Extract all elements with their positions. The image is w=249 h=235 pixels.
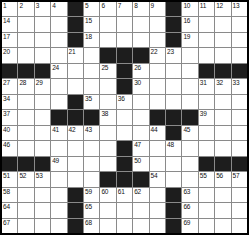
- cell-r2-c9[interactable]: [133, 17, 148, 31]
- cell-r12-c3[interactable]: 53: [35, 172, 50, 186]
- black-cell-r13-c11: [166, 188, 181, 202]
- cell-r8-c9[interactable]: [133, 110, 148, 124]
- cell-r15-c13[interactable]: [199, 219, 214, 233]
- clue-number-64: 64: [3, 203, 10, 210]
- cell-r7-c8[interactable]: 36: [117, 95, 132, 109]
- cell-r6-c4[interactable]: [51, 79, 66, 93]
- cell-r11-c5[interactable]: [68, 157, 83, 171]
- cell-r8-c13[interactable]: 39: [199, 110, 214, 124]
- black-cell-r12-c8: [117, 172, 132, 186]
- cell-r13-c12[interactable]: 63: [182, 188, 197, 202]
- clue-number-58: 58: [3, 188, 10, 195]
- cell-r13-c2[interactable]: [18, 188, 33, 202]
- black-cell-r9-c11: [166, 126, 181, 140]
- cell-r6-c10[interactable]: [150, 79, 165, 93]
- cell-r1-c10[interactable]: 9: [150, 2, 165, 16]
- cell-r9-c3[interactable]: [35, 126, 50, 140]
- clue-number-30: 30: [134, 79, 141, 86]
- cell-r2-c2[interactable]: [18, 17, 33, 31]
- cell-r7-c12[interactable]: [182, 95, 197, 109]
- cell-r11-c7[interactable]: [100, 157, 115, 171]
- cell-r7-c4[interactable]: [51, 95, 66, 109]
- clue-number-40: 40: [3, 126, 10, 133]
- cell-r13-c6[interactable]: 59: [84, 188, 99, 202]
- cell-r1-c9[interactable]: 8: [133, 2, 148, 16]
- cell-r12-c4[interactable]: [51, 172, 66, 186]
- cell-r12-c1[interactable]: 51: [2, 172, 17, 186]
- crossword-grid: 1234567891011121314151617181920212223242…: [0, 0, 249, 235]
- clue-number-39: 39: [200, 110, 207, 117]
- clue-number-66: 66: [183, 203, 190, 210]
- black-cell-r5-c15: [232, 64, 247, 78]
- black-cell-r4-c9: [133, 48, 148, 62]
- cell-r10-c3[interactable]: [35, 141, 50, 155]
- black-cell-r12-c9: [133, 172, 148, 186]
- clue-number-61: 61: [118, 188, 125, 195]
- cell-r1-c8[interactable]: 7: [117, 2, 132, 16]
- cell-r4-c13[interactable]: [199, 48, 214, 62]
- cell-r6-c14[interactable]: 32: [215, 79, 230, 93]
- cell-r6-c11[interactable]: [166, 79, 181, 93]
- clue-number-65: 65: [85, 203, 92, 210]
- clue-number-8: 8: [134, 2, 137, 9]
- black-cell-r8-c10: [150, 110, 165, 124]
- cell-r3-c9[interactable]: [133, 33, 148, 47]
- clue-number-53: 53: [36, 172, 43, 179]
- cell-r14-c6[interactable]: 65: [84, 203, 99, 217]
- cell-r4-c3[interactable]: [35, 48, 50, 62]
- cell-r3-c1[interactable]: 17: [2, 33, 17, 47]
- cell-r10-c12[interactable]: [182, 141, 197, 155]
- cell-r1-c3[interactable]: 3: [35, 2, 50, 16]
- clue-number-67: 67: [3, 219, 10, 226]
- cell-r5-c10[interactable]: [150, 64, 165, 78]
- clue-number-59: 59: [85, 188, 92, 195]
- cell-r9-c9[interactable]: [133, 126, 148, 140]
- clue-number-11: 11: [200, 2, 206, 9]
- clue-number-51: 51: [3, 172, 10, 179]
- black-cell-r11-c8: [117, 157, 132, 171]
- black-cell-r10-c8: [117, 141, 132, 155]
- clue-number-43: 43: [85, 126, 92, 133]
- cell-r13-c1[interactable]: 58: [2, 188, 17, 202]
- cell-r4-c15[interactable]: [232, 48, 247, 62]
- clue-number-48: 48: [167, 141, 174, 148]
- cell-r4-c6[interactable]: [84, 48, 99, 62]
- clue-number-62: 62: [134, 188, 141, 195]
- cell-r15-c8[interactable]: [117, 219, 132, 233]
- black-cell-r6-c8: [117, 79, 132, 93]
- cell-r10-c10[interactable]: [150, 141, 165, 155]
- cell-r1-c13[interactable]: 11: [199, 2, 214, 16]
- cell-r3-c2[interactable]: [18, 33, 33, 47]
- cell-r8-c2[interactable]: [18, 110, 33, 124]
- cell-r11-c11[interactable]: [166, 157, 181, 171]
- cell-r15-c12[interactable]: 69: [182, 219, 197, 233]
- clue-number-12: 12: [216, 2, 223, 9]
- clue-number-52: 52: [19, 172, 26, 179]
- cell-r2-c7[interactable]: [100, 17, 115, 31]
- cell-r14-c4[interactable]: [51, 203, 66, 217]
- cell-r10-c5[interactable]: [68, 141, 83, 155]
- cell-r5-c11[interactable]: [166, 64, 181, 78]
- cell-r5-c4[interactable]: 24: [51, 64, 66, 78]
- cell-r15-c14[interactable]: [215, 219, 230, 233]
- clue-number-29: 29: [36, 79, 43, 86]
- cell-r13-c4[interactable]: [51, 188, 66, 202]
- cell-r4-c14[interactable]: [215, 48, 230, 62]
- clue-number-22: 22: [151, 48, 158, 55]
- cell-r9-c8[interactable]: [117, 126, 132, 140]
- cell-r11-c4[interactable]: 49: [51, 157, 66, 171]
- clue-number-54: 54: [151, 172, 158, 179]
- clue-number-41: 41: [52, 126, 59, 133]
- cell-r3-c14[interactable]: [215, 33, 230, 47]
- black-cell-r14-c5: [68, 203, 83, 217]
- black-cell-r11-c14: [215, 157, 230, 171]
- cell-r2-c1[interactable]: 14: [2, 17, 17, 31]
- cell-r4-c11[interactable]: 23: [166, 48, 181, 62]
- cell-r12-c2[interactable]: 52: [18, 172, 33, 186]
- cell-r3-c15[interactable]: [232, 33, 247, 47]
- clue-number-14: 14: [3, 17, 10, 24]
- black-cell-r11-c13: [199, 157, 214, 171]
- clue-number-34: 34: [3, 95, 10, 102]
- cell-r2-c8[interactable]: [117, 17, 132, 31]
- clue-number-24: 24: [52, 64, 59, 71]
- cell-r2-c12[interactable]: 16: [182, 17, 197, 31]
- black-cell-r15-c11: [166, 219, 181, 233]
- clue-number-13: 13: [233, 2, 240, 9]
- cell-r3-c13[interactable]: [199, 33, 214, 47]
- clue-number-47: 47: [134, 141, 141, 148]
- cell-r7-c15[interactable]: [232, 95, 247, 109]
- cell-r2-c14[interactable]: [215, 17, 230, 31]
- cell-r2-c6[interactable]: 15: [84, 17, 99, 31]
- black-cell-r1-c11: [166, 2, 181, 16]
- clue-number-26: 26: [134, 64, 141, 71]
- clue-number-17: 17: [3, 33, 10, 40]
- cell-r3-c8[interactable]: [117, 33, 132, 47]
- cell-r5-c12[interactable]: [182, 64, 197, 78]
- cell-r11-c12[interactable]: [182, 157, 197, 171]
- cell-r7-c9[interactable]: [133, 95, 148, 109]
- clue-number-50: 50: [134, 157, 141, 164]
- cell-r8-c7[interactable]: 38: [100, 110, 115, 124]
- black-cell-r8-c6: [84, 110, 99, 124]
- cell-r3-c10[interactable]: [150, 33, 165, 47]
- clue-number-10: 10: [183, 2, 190, 9]
- cell-r13-c9[interactable]: 62: [133, 188, 148, 202]
- cell-r12-c5[interactable]: [68, 172, 83, 186]
- cell-r1-c14[interactable]: 12: [215, 2, 230, 16]
- cell-r9-c6[interactable]: 43: [84, 126, 99, 140]
- cell-r11-c10[interactable]: [150, 157, 165, 171]
- clue-number-37: 37: [3, 110, 10, 117]
- cell-r15-c7[interactable]: [100, 219, 115, 233]
- black-cell-r2-c5: [68, 17, 83, 31]
- cell-r4-c1[interactable]: 20: [2, 48, 17, 62]
- black-cell-r5-c13: [199, 64, 214, 78]
- cell-r7-c7[interactable]: [100, 95, 115, 109]
- cell-r7-c14[interactable]: [215, 95, 230, 109]
- cell-r10-c11[interactable]: 48: [166, 141, 181, 155]
- cell-r9-c2[interactable]: [18, 126, 33, 140]
- cell-r5-c7[interactable]: 25: [100, 64, 115, 78]
- cell-r4-c10[interactable]: 22: [150, 48, 165, 62]
- clue-number-57: 57: [233, 172, 240, 179]
- cell-r3-c12[interactable]: 19: [182, 33, 197, 47]
- black-cell-r5-c1: [2, 64, 17, 78]
- black-cell-r3-c5: [68, 33, 83, 47]
- clue-number-23: 23: [167, 48, 174, 55]
- cell-r14-c12[interactable]: 66: [182, 203, 197, 217]
- cell-r15-c9[interactable]: [133, 219, 148, 233]
- cell-r6-c2[interactable]: 28: [18, 79, 33, 93]
- cell-r4-c4[interactable]: [51, 48, 66, 62]
- cell-r1-c2[interactable]: 2: [18, 2, 33, 16]
- cell-r7-c3[interactable]: [35, 95, 50, 109]
- clue-number-68: 68: [85, 219, 92, 226]
- cell-r11-c9[interactable]: 50: [133, 157, 148, 171]
- cell-r3-c7[interactable]: [100, 33, 115, 47]
- clue-number-35: 35: [85, 95, 92, 102]
- black-cell-r4-c8: [117, 48, 132, 62]
- cell-r1-c7[interactable]: 6: [100, 2, 115, 16]
- cell-r7-c13[interactable]: [199, 95, 214, 109]
- cell-r3-c6[interactable]: 18: [84, 33, 99, 47]
- cell-r11-c6[interactable]: [84, 157, 99, 171]
- black-cell-r3-c11: [166, 33, 181, 47]
- cell-r10-c6[interactable]: [84, 141, 99, 155]
- cell-r10-c1[interactable]: 46: [2, 141, 17, 155]
- cell-r15-c10[interactable]: [150, 219, 165, 233]
- cell-r6-c6[interactable]: [84, 79, 99, 93]
- cell-r12-c13[interactable]: 55: [199, 172, 214, 186]
- cell-r12-c15[interactable]: 57: [232, 172, 247, 186]
- clue-number-9: 9: [151, 2, 154, 9]
- clue-number-28: 28: [19, 79, 26, 86]
- clue-number-69: 69: [183, 219, 190, 226]
- cell-r5-c9[interactable]: 26: [133, 64, 148, 78]
- black-cell-r15-c5: [68, 219, 83, 233]
- cell-r15-c6[interactable]: 68: [84, 219, 99, 233]
- cell-r10-c7[interactable]: [100, 141, 115, 155]
- cell-r1-c12[interactable]: 10: [182, 2, 197, 16]
- cell-r10-c15[interactable]: [232, 141, 247, 155]
- cell-r12-c12[interactable]: [182, 172, 197, 186]
- cell-r10-c14[interactable]: [215, 141, 230, 155]
- clue-number-44: 44: [151, 126, 158, 133]
- cell-r14-c8[interactable]: [117, 203, 132, 217]
- cell-r1-c6[interactable]: 5: [84, 2, 99, 16]
- cell-r9-c13[interactable]: [199, 126, 214, 140]
- black-cell-r8-c12: [182, 110, 197, 124]
- clue-number-20: 20: [3, 48, 10, 55]
- clue-number-7: 7: [118, 2, 121, 9]
- black-cell-r7-c5: [68, 95, 83, 109]
- cell-r13-c13[interactable]: [199, 188, 214, 202]
- black-cell-r11-c1: [2, 157, 17, 171]
- cell-r12-c10[interactable]: 54: [150, 172, 165, 186]
- clue-number-33: 33: [233, 79, 240, 86]
- cell-r6-c9[interactable]: 30: [133, 79, 148, 93]
- cell-r7-c10[interactable]: [150, 95, 165, 109]
- black-cell-r5-c14: [215, 64, 230, 78]
- cell-r8-c14[interactable]: [215, 110, 230, 124]
- cell-r15-c15[interactable]: [232, 219, 247, 233]
- clue-number-32: 32: [216, 79, 223, 86]
- clue-number-6: 6: [101, 2, 104, 9]
- cell-r12-c6[interactable]: [84, 172, 99, 186]
- cell-r4-c5[interactable]: 21: [68, 48, 83, 62]
- clue-number-5: 5: [85, 2, 88, 9]
- clue-number-46: 46: [3, 141, 10, 148]
- cell-r14-c2[interactable]: [18, 203, 33, 217]
- cell-r9-c4[interactable]: 41: [51, 126, 66, 140]
- clue-number-16: 16: [183, 17, 190, 24]
- clue-number-27: 27: [3, 79, 10, 86]
- cell-r2-c15[interactable]: [232, 17, 247, 31]
- black-cell-r1-c5: [68, 2, 83, 16]
- clue-number-18: 18: [85, 33, 92, 40]
- black-cell-r4-c7: [100, 48, 115, 62]
- black-cell-r14-c11: [166, 203, 181, 217]
- cell-r9-c5[interactable]: 42: [68, 126, 83, 140]
- cell-r6-c3[interactable]: 29: [35, 79, 50, 93]
- cell-r13-c10[interactable]: [150, 188, 165, 202]
- cell-r10-c2[interactable]: [18, 141, 33, 155]
- cell-r8-c1[interactable]: 37: [2, 110, 17, 124]
- cell-r14-c14[interactable]: [215, 203, 230, 217]
- clue-number-31: 31: [200, 79, 207, 86]
- cell-r8-c15[interactable]: [232, 110, 247, 124]
- cell-r14-c9[interactable]: [133, 203, 148, 217]
- cell-r3-c3[interactable]: [35, 33, 50, 47]
- cell-r15-c4[interactable]: [51, 219, 66, 233]
- cell-r1-c1[interactable]: 1: [2, 2, 17, 16]
- clue-number-49: 49: [52, 157, 59, 164]
- cell-r2-c4[interactable]: [51, 17, 66, 31]
- cell-r7-c11[interactable]: [166, 95, 181, 109]
- cell-r6-c13[interactable]: 31: [199, 79, 214, 93]
- cell-r6-c12[interactable]: [182, 79, 197, 93]
- cell-r4-c2[interactable]: [18, 48, 33, 62]
- cell-r9-c15[interactable]: [232, 126, 247, 140]
- black-cell-r11-c15: [232, 157, 247, 171]
- black-cell-r11-c2: [18, 157, 33, 171]
- clue-number-56: 56: [216, 172, 223, 179]
- cell-r13-c3[interactable]: [35, 188, 50, 202]
- cell-r9-c14[interactable]: [215, 126, 230, 140]
- cell-r14-c15[interactable]: [232, 203, 247, 217]
- cell-r8-c3[interactable]: [35, 110, 50, 124]
- cell-r15-c3[interactable]: [35, 219, 50, 233]
- black-cell-r13-c5: [68, 188, 83, 202]
- cell-r6-c7[interactable]: [100, 79, 115, 93]
- cell-r7-c6[interactable]: 35: [84, 95, 99, 109]
- black-cell-r12-c7: [100, 172, 115, 186]
- cell-r7-c1[interactable]: 34: [2, 95, 17, 109]
- clue-number-25: 25: [101, 64, 108, 71]
- cell-r13-c15[interactable]: [232, 188, 247, 202]
- clue-number-36: 36: [118, 95, 125, 102]
- cell-r14-c3[interactable]: [35, 203, 50, 217]
- black-cell-r11-c3: [35, 157, 50, 171]
- cell-r1-c4[interactable]: 4: [51, 2, 66, 16]
- cell-r6-c15[interactable]: 33: [232, 79, 247, 93]
- cell-r6-c1[interactable]: 27: [2, 79, 17, 93]
- cell-r7-c2[interactable]: [18, 95, 33, 109]
- clue-number-63: 63: [183, 188, 190, 195]
- cell-r14-c13[interactable]: [199, 203, 214, 217]
- cell-r14-c7[interactable]: [100, 203, 115, 217]
- cell-r8-c8[interactable]: [117, 110, 132, 124]
- cell-r5-c5[interactable]: [68, 64, 83, 78]
- cell-r14-c10[interactable]: [150, 203, 165, 217]
- black-cell-r8-c5: [68, 110, 83, 124]
- clue-number-15: 15: [85, 17, 92, 24]
- clue-number-45: 45: [183, 126, 190, 133]
- cell-r5-c6[interactable]: [84, 64, 99, 78]
- clue-number-2: 2: [19, 2, 22, 9]
- cell-r9-c10[interactable]: 44: [150, 126, 165, 140]
- cell-r9-c1[interactable]: 40: [2, 126, 17, 140]
- clue-number-55: 55: [200, 172, 207, 179]
- cell-r2-c10[interactable]: [150, 17, 165, 31]
- black-cell-r5-c3: [35, 64, 50, 78]
- cell-r9-c7[interactable]: [100, 126, 115, 140]
- cell-r14-c1[interactable]: 64: [2, 203, 17, 217]
- cell-r15-c2[interactable]: [18, 219, 33, 233]
- clue-number-60: 60: [101, 188, 108, 195]
- black-cell-r8-c4: [51, 110, 66, 124]
- cell-r13-c14[interactable]: [215, 188, 230, 202]
- clue-number-4: 4: [52, 2, 55, 9]
- cell-r13-c7[interactable]: 60: [100, 188, 115, 202]
- clue-number-1: 1: [3, 2, 6, 9]
- clue-number-21: 21: [69, 48, 76, 55]
- cell-r15-c1[interactable]: 67: [2, 219, 17, 233]
- cell-r2-c13[interactable]: [199, 17, 214, 31]
- cell-r3-c4[interactable]: [51, 33, 66, 47]
- black-cell-r5-c2: [18, 64, 33, 78]
- black-cell-r5-c8: [117, 64, 132, 78]
- cell-r10-c13[interactable]: [199, 141, 214, 155]
- clue-number-38: 38: [101, 110, 108, 117]
- cell-r12-c11[interactable]: [166, 172, 181, 186]
- cell-r12-c14[interactable]: 56: [215, 172, 230, 186]
- cell-r13-c8[interactable]: 61: [117, 188, 132, 202]
- cell-r10-c4[interactable]: [51, 141, 66, 155]
- clue-number-19: 19: [183, 33, 190, 40]
- clue-number-3: 3: [36, 2, 39, 9]
- cell-r1-c15[interactable]: 13: [232, 2, 247, 16]
- black-cell-r8-c11: [166, 110, 181, 124]
- cell-r10-c9[interactable]: 47: [133, 141, 148, 155]
- cell-r4-c12[interactable]: [182, 48, 197, 62]
- cell-r6-c5[interactable]: [68, 79, 83, 93]
- cell-r9-c12[interactable]: 45: [182, 126, 197, 140]
- black-cell-r2-c11: [166, 17, 181, 31]
- clue-number-42: 42: [69, 126, 76, 133]
- cell-r2-c3[interactable]: [35, 17, 50, 31]
